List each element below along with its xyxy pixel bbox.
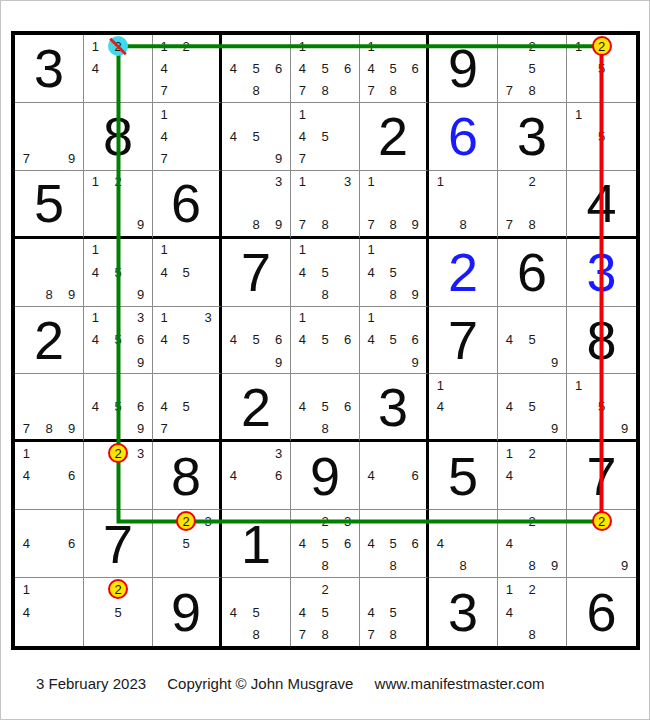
- given-digit: 9: [171, 585, 201, 639]
- candidate-9: 9: [267, 351, 290, 373]
- cell-r5c2[interactable]: 134569: [84, 307, 153, 375]
- candidate-5: 5: [314, 533, 337, 555]
- empty-candidate-slot: [567, 555, 590, 577]
- candidate-8: 8: [521, 80, 544, 102]
- candidate-1: 1: [498, 578, 521, 601]
- cell-r7c3[interactable]: 8: [153, 442, 222, 510]
- candidate-7: 7: [291, 623, 314, 646]
- empty-candidate-slot: [360, 578, 382, 601]
- cell-r9c5[interactable]: 24578: [291, 578, 360, 646]
- candidate-2: 2: [590, 35, 613, 57]
- candidate-3: 3: [197, 307, 219, 329]
- cell-r3c7[interactable]: 18: [429, 171, 498, 239]
- candidate-1: 1: [84, 307, 107, 329]
- cell-r3c9[interactable]: 4: [567, 171, 636, 239]
- empty-candidate-slot: [521, 487, 544, 509]
- cell-r1c9[interactable]: 125: [567, 35, 636, 103]
- cell-r4c2[interactable]: 1459: [84, 239, 153, 307]
- empty-candidate-slot: [314, 171, 337, 193]
- empty-candidate-slot: [129, 465, 152, 487]
- empty-candidate-slot: [84, 623, 107, 646]
- cell-r4c4[interactable]: 7: [222, 239, 291, 307]
- empty-candidate-slot: [336, 601, 359, 624]
- empty-candidate-slot: [245, 487, 268, 509]
- given-digit: 6: [171, 176, 201, 230]
- empty-candidate-slot: [197, 80, 219, 102]
- candidate-4: 4: [360, 601, 382, 624]
- empty-candidate-slot: [590, 374, 613, 396]
- candidate-7: 7: [291, 147, 314, 169]
- candidate-9: 9: [129, 214, 152, 236]
- empty-candidate-slot: [429, 418, 452, 440]
- empty-candidate-slot: [175, 307, 197, 329]
- candidate-6: 6: [267, 57, 290, 79]
- empty-candidate-slot: [107, 307, 130, 329]
- candidate-8: 8: [314, 80, 337, 102]
- candidate-8: 8: [245, 80, 268, 102]
- cell-r4c5[interactable]: 1458: [291, 239, 360, 307]
- empty-candidate-slot: [175, 351, 197, 373]
- candidate-1: 1: [84, 171, 107, 193]
- candidate-3: 3: [129, 307, 152, 329]
- empty-candidate-slot: [314, 307, 337, 329]
- empty-candidate-slot: [336, 307, 359, 329]
- empty-candidate-slot: [429, 214, 452, 236]
- cell-r8c6[interactable]: 4568: [360, 510, 429, 578]
- candidate-9: 9: [267, 147, 290, 169]
- empty-candidate-slot: [222, 214, 245, 236]
- empty-candidate-slot: [107, 283, 130, 305]
- empty-candidate-slot: [38, 125, 61, 147]
- candidate-8: 8: [314, 555, 337, 577]
- cell-r6c8[interactable]: 459: [498, 374, 567, 442]
- empty-candidate-slot: [197, 35, 219, 57]
- candidate-2: 2: [521, 171, 544, 193]
- empty-candidate-slot: [543, 510, 566, 532]
- solved-digit: 2: [448, 245, 478, 299]
- empty-candidate-slot: [543, 171, 566, 193]
- candidate-7: 7: [498, 214, 521, 236]
- given-digit: 1: [241, 517, 271, 571]
- cell-r5c5[interactable]: 1456: [291, 307, 360, 375]
- empty-candidate-slot: [382, 35, 404, 57]
- cell-r3c3[interactable]: 6: [153, 171, 222, 239]
- cell-r4c9[interactable]: 3: [567, 239, 636, 307]
- footer-date: 3 February 2023: [36, 675, 146, 692]
- empty-candidate-slot: [543, 487, 566, 509]
- page-frame: 3124124745681456781456789257812579814745…: [0, 0, 650, 720]
- empty-candidate-slot: [452, 418, 475, 440]
- empty-candidate-slot: [590, 147, 613, 169]
- cell-r7c8[interactable]: 124: [498, 442, 567, 510]
- cell-r1c4[interactable]: 4568: [222, 35, 291, 103]
- empty-candidate-slot: [360, 555, 382, 577]
- cell-r3c1[interactable]: 5: [15, 171, 84, 239]
- empty-candidate-slot: [543, 442, 566, 464]
- empty-candidate-slot: [245, 35, 268, 57]
- empty-candidate-slot: [452, 396, 475, 418]
- cell-r1c8[interactable]: 2578: [498, 35, 567, 103]
- cell-r4c6[interactable]: 14589: [360, 239, 429, 307]
- cell-r2c3[interactable]: 147: [153, 103, 222, 171]
- candidate-5: 5: [314, 329, 337, 351]
- candidate-7: 7: [15, 418, 38, 440]
- cell-r5c4[interactable]: 4569: [222, 307, 291, 375]
- cell-r6c2[interactable]: 4569: [84, 374, 153, 442]
- empty-candidate-slot: [291, 510, 314, 532]
- cell-r6c7[interactable]: 14: [429, 374, 498, 442]
- cell-r1c6[interactable]: 145678: [360, 35, 429, 103]
- empty-candidate-slot: [197, 261, 219, 283]
- cell-r7c2[interactable]: 23: [84, 442, 153, 510]
- empty-candidate-slot: [60, 555, 83, 577]
- empty-candidate-slot: [474, 171, 497, 193]
- cell-r5c1[interactable]: 2: [15, 307, 84, 375]
- empty-candidate-slot: [15, 125, 38, 147]
- empty-candidate-slot: [38, 442, 61, 464]
- empty-candidate-slot: [107, 57, 130, 79]
- empty-candidate-slot: [38, 396, 61, 418]
- candidate-4: 4: [498, 329, 521, 351]
- cell-r7c6[interactable]: 46: [360, 442, 429, 510]
- cell-r2c1[interactable]: 79: [15, 103, 84, 171]
- cell-r2c7[interactable]: 6: [429, 103, 498, 171]
- cell-r1c7[interactable]: 9: [429, 35, 498, 103]
- cell-r1c1[interactable]: 3: [15, 35, 84, 103]
- cell-r2c4[interactable]: 459: [222, 103, 291, 171]
- empty-candidate-slot: [222, 147, 245, 169]
- empty-candidate-slot: [15, 487, 38, 509]
- empty-candidate-slot: [498, 35, 521, 57]
- cell-r9c1[interactable]: 14: [15, 578, 84, 646]
- empty-candidate-slot: [129, 239, 152, 261]
- empty-candidate-slot: [175, 283, 197, 305]
- candidate-9: 9: [129, 283, 152, 305]
- empty-candidate-slot: [567, 57, 590, 79]
- empty-candidate-slot: [543, 192, 566, 214]
- empty-candidate-slot: [107, 214, 130, 236]
- empty-candidate-slot: [543, 623, 566, 646]
- empty-candidate-slot: [153, 533, 175, 555]
- candidate-9: 9: [613, 555, 636, 577]
- given-digit: 7: [241, 245, 271, 299]
- empty-candidate-slot: [613, 533, 636, 555]
- cell-r4c3[interactable]: 145: [153, 239, 222, 307]
- cell-r9c3[interactable]: 9: [153, 578, 222, 646]
- candidate-8: 8: [314, 283, 337, 305]
- candidate-7: 7: [153, 418, 175, 440]
- cell-r7c1[interactable]: 146: [15, 442, 84, 510]
- cell-r9c4[interactable]: 458: [222, 578, 291, 646]
- candidate-4: 4: [15, 533, 38, 555]
- empty-candidate-slot: [498, 171, 521, 193]
- cell-r4c7[interactable]: 2: [429, 239, 498, 307]
- cell-r1c3[interactable]: 1247: [153, 35, 222, 103]
- cell-r8c5[interactable]: 234568: [291, 510, 360, 578]
- candidate-2: 2: [107, 35, 130, 57]
- candidate-9: 9: [60, 418, 83, 440]
- candidate-4: 4: [153, 396, 175, 418]
- cell-r5c6[interactable]: 14569: [360, 307, 429, 375]
- empty-candidate-slot: [360, 487, 382, 509]
- empty-candidate-slot: [543, 465, 566, 487]
- cell-r3c2[interactable]: 129: [84, 171, 153, 239]
- candidate-4: 4: [291, 396, 314, 418]
- cell-r1c5[interactable]: 145678: [291, 35, 360, 103]
- empty-candidate-slot: [613, 125, 636, 147]
- empty-candidate-slot: [291, 374, 314, 396]
- candidate-7: 7: [153, 147, 175, 169]
- cell-r3c5[interactable]: 1378: [291, 171, 360, 239]
- empty-candidate-slot: [60, 239, 83, 261]
- cell-r8c7[interactable]: 48: [429, 510, 498, 578]
- cell-r7c5[interactable]: 9: [291, 442, 360, 510]
- cell-r8c1[interactable]: 46: [15, 510, 84, 578]
- candidate-1: 1: [291, 307, 314, 329]
- empty-candidate-slot: [107, 487, 130, 509]
- candidate-1: 1: [567, 35, 590, 57]
- empty-candidate-slot: [314, 239, 337, 261]
- candidate-1: 1: [360, 171, 382, 193]
- empty-candidate-slot: [567, 533, 590, 555]
- empty-candidate-slot: [222, 442, 245, 464]
- cell-r7c7[interactable]: 5: [429, 442, 498, 510]
- cell-r2c8[interactable]: 3: [498, 103, 567, 171]
- cell-r2c6[interactable]: 2: [360, 103, 429, 171]
- cell-r3c8[interactable]: 278: [498, 171, 567, 239]
- candidate-4: 4: [84, 57, 107, 79]
- empty-candidate-slot: [222, 35, 245, 57]
- empty-candidate-slot: [382, 487, 404, 509]
- cell-r6c3[interactable]: 457: [153, 374, 222, 442]
- empty-candidate-slot: [567, 125, 590, 147]
- candidate-1: 1: [429, 374, 452, 396]
- empty-candidate-slot: [60, 487, 83, 509]
- cell-r7c9[interactable]: 7: [567, 442, 636, 510]
- cell-r5c7[interactable]: 7: [429, 307, 498, 375]
- empty-candidate-slot: [404, 171, 426, 193]
- candidate-4: 4: [291, 261, 314, 283]
- empty-candidate-slot: [543, 601, 566, 624]
- candidate-8: 8: [452, 214, 475, 236]
- empty-candidate-slot: [245, 171, 268, 193]
- empty-candidate-slot: [197, 418, 219, 440]
- candidate-8: 8: [38, 418, 61, 440]
- solved-digit: 6: [448, 109, 478, 163]
- empty-candidate-slot: [175, 80, 197, 102]
- candidate-9: 9: [543, 555, 566, 577]
- empty-candidate-slot: [336, 35, 359, 57]
- cell-r8c3[interactable]: 235: [153, 510, 222, 578]
- empty-candidate-slot: [175, 103, 197, 125]
- candidate-5: 5: [314, 57, 337, 79]
- empty-candidate-slot: [498, 307, 521, 329]
- cell-r9c7[interactable]: 3: [429, 578, 498, 646]
- empty-candidate-slot: [382, 192, 404, 214]
- candidate-5: 5: [521, 396, 544, 418]
- cell-r6c6[interactable]: 3: [360, 374, 429, 442]
- empty-candidate-slot: [404, 487, 426, 509]
- cell-r8c8[interactable]: 2489: [498, 510, 567, 578]
- cell-r9c6[interactable]: 4578: [360, 578, 429, 646]
- cell-r5c8[interactable]: 459: [498, 307, 567, 375]
- candidate-7: 7: [291, 80, 314, 102]
- empty-candidate-slot: [38, 261, 61, 283]
- candidate-1: 1: [291, 35, 314, 57]
- candidate-7: 7: [498, 80, 521, 102]
- empty-candidate-slot: [291, 283, 314, 305]
- empty-candidate-slot: [543, 329, 566, 351]
- empty-candidate-slot: [84, 192, 107, 214]
- candidate-1: 1: [429, 171, 452, 193]
- cell-r4c8[interactable]: 6: [498, 239, 567, 307]
- empty-candidate-slot: [15, 103, 38, 125]
- empty-candidate-slot: [153, 510, 175, 532]
- candidate-8: 8: [382, 80, 404, 102]
- cell-r7c4[interactable]: 346: [222, 442, 291, 510]
- empty-candidate-slot: [429, 510, 452, 532]
- candidate-5: 5: [382, 329, 404, 351]
- empty-candidate-slot: [336, 374, 359, 396]
- candidate-6: 6: [129, 329, 152, 351]
- empty-candidate-slot: [336, 214, 359, 236]
- candidate-1: 1: [291, 239, 314, 261]
- empty-candidate-slot: [197, 351, 219, 373]
- candidate-5: 5: [521, 329, 544, 351]
- candidate-4: 4: [153, 261, 175, 283]
- candidate-8: 8: [382, 555, 404, 577]
- candidate-2: 2: [521, 510, 544, 532]
- empty-candidate-slot: [567, 510, 590, 532]
- empty-candidate-slot: [360, 442, 382, 464]
- empty-candidate-slot: [404, 510, 426, 532]
- given-digit: 3: [517, 109, 547, 163]
- cell-r8c9[interactable]: 29: [567, 510, 636, 578]
- candidate-2: 2: [521, 35, 544, 57]
- empty-candidate-slot: [543, 533, 566, 555]
- candidate-4: 4: [429, 396, 452, 418]
- candidate-4: 4: [15, 601, 38, 624]
- candidate-8: 8: [314, 623, 337, 646]
- candidate-5: 5: [175, 396, 197, 418]
- empty-candidate-slot: [107, 623, 130, 646]
- given-digit: 9: [310, 449, 340, 503]
- empty-candidate-slot: [613, 80, 636, 102]
- candidate-5: 5: [175, 329, 197, 351]
- cell-r5c3[interactable]: 1345: [153, 307, 222, 375]
- empty-candidate-slot: [84, 80, 107, 102]
- empty-candidate-slot: [38, 487, 61, 509]
- candidate-1: 1: [153, 103, 175, 125]
- candidate-4: 4: [429, 533, 452, 555]
- candidate-8: 8: [521, 555, 544, 577]
- empty-candidate-slot: [15, 283, 38, 305]
- candidate-3: 3: [129, 442, 152, 464]
- empty-candidate-slot: [153, 555, 175, 577]
- cell-r9c9[interactable]: 6: [567, 578, 636, 646]
- empty-candidate-slot: [267, 35, 290, 57]
- given-digit: 7: [448, 313, 478, 367]
- candidate-5: 5: [382, 601, 404, 624]
- cell-r1c2[interactable]: 124: [84, 35, 153, 103]
- empty-candidate-slot: [498, 192, 521, 214]
- cell-r3c4[interactable]: 389: [222, 171, 291, 239]
- empty-candidate-slot: [129, 487, 152, 509]
- candidate-1: 1: [84, 35, 107, 57]
- candidate-9: 9: [613, 418, 636, 440]
- cell-r2c9[interactable]: 15: [567, 103, 636, 171]
- empty-candidate-slot: [314, 192, 337, 214]
- cell-r8c2[interactable]: 7: [84, 510, 153, 578]
- candidate-8: 8: [452, 555, 475, 577]
- empty-candidate-slot: [521, 465, 544, 487]
- cell-r5c9[interactable]: 8: [567, 307, 636, 375]
- cell-r2c5[interactable]: 1457: [291, 103, 360, 171]
- empty-candidate-slot: [222, 307, 245, 329]
- candidate-8: 8: [521, 214, 544, 236]
- candidate-1: 1: [360, 307, 382, 329]
- empty-candidate-slot: [291, 578, 314, 601]
- empty-candidate-slot: [60, 125, 83, 147]
- candidate-9: 9: [129, 418, 152, 440]
- candidate-4: 4: [222, 125, 245, 147]
- empty-candidate-slot: [15, 396, 38, 418]
- candidate-5: 5: [107, 329, 130, 351]
- cell-r6c1[interactable]: 789: [15, 374, 84, 442]
- candidate-4: 4: [153, 57, 175, 79]
- empty-candidate-slot: [404, 601, 426, 624]
- candidate-2: 2: [314, 510, 337, 532]
- empty-candidate-slot: [245, 103, 268, 125]
- candidate-4: 4: [153, 125, 175, 147]
- empty-candidate-slot: [404, 35, 426, 57]
- candidate-4: 4: [291, 329, 314, 351]
- cell-r9c2[interactable]: 25: [84, 578, 153, 646]
- cell-r4c1[interactable]: 89: [15, 239, 84, 307]
- candidate-1: 1: [15, 442, 38, 464]
- empty-candidate-slot: [222, 351, 245, 373]
- candidate-6: 6: [336, 57, 359, 79]
- candidate-9: 9: [267, 214, 290, 236]
- empty-candidate-slot: [521, 533, 544, 555]
- empty-candidate-slot: [267, 125, 290, 147]
- cell-r9c8[interactable]: 1248: [498, 578, 567, 646]
- empty-candidate-slot: [452, 510, 475, 532]
- empty-candidate-slot: [474, 418, 497, 440]
- cell-r6c4[interactable]: 2: [222, 374, 291, 442]
- cell-r6c9[interactable]: 159: [567, 374, 636, 442]
- cell-r6c5[interactable]: 4568: [291, 374, 360, 442]
- cell-r2c2[interactable]: 8: [84, 103, 153, 171]
- empty-candidate-slot: [543, 396, 566, 418]
- candidate-4: 4: [360, 57, 382, 79]
- candidate-5: 5: [107, 396, 130, 418]
- candidate-2: 2: [107, 578, 130, 601]
- cell-r3c6[interactable]: 1789: [360, 171, 429, 239]
- candidate-7: 7: [15, 147, 38, 169]
- candidate-9: 9: [404, 351, 426, 373]
- empty-candidate-slot: [245, 465, 268, 487]
- cell-r8c4[interactable]: 1: [222, 510, 291, 578]
- candidate-4: 4: [222, 329, 245, 351]
- empty-candidate-slot: [175, 57, 197, 79]
- candidate-1: 1: [291, 103, 314, 125]
- candidate-8: 8: [521, 623, 544, 646]
- empty-candidate-slot: [474, 192, 497, 214]
- empty-candidate-slot: [38, 533, 61, 555]
- candidate-4: 4: [498, 396, 521, 418]
- candidate-3: 3: [336, 171, 359, 193]
